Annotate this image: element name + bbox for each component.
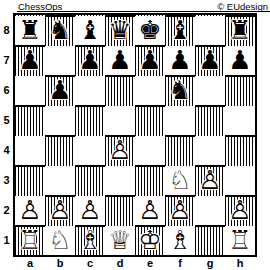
black-pawn[interactable]: ♟ xyxy=(45,75,75,105)
square-a8[interactable]: ♜ xyxy=(15,15,45,45)
square-b2[interactable]: ♟♙ xyxy=(45,195,75,225)
white-pawn[interactable]: ♟♙ xyxy=(135,195,165,225)
square-a1[interactable]: ♜♖ xyxy=(15,225,45,255)
piece-glyph: ♟ xyxy=(165,45,195,75)
white-pawn[interactable]: ♟♙ xyxy=(165,195,195,225)
piece-outline: ♘ xyxy=(45,225,75,255)
square-g6[interactable] xyxy=(195,75,225,105)
square-e1[interactable]: ♚♔ xyxy=(135,225,165,255)
square-h3[interactable] xyxy=(225,165,255,195)
piece-glyph: ♟ xyxy=(225,45,255,75)
black-pawn[interactable]: ♟ xyxy=(195,45,225,75)
square-e2[interactable]: ♟♙ xyxy=(135,195,165,225)
black-pawn[interactable]: ♟ xyxy=(75,45,105,75)
square-a7[interactable]: ♟ xyxy=(15,45,45,75)
square-a5[interactable] xyxy=(15,105,45,135)
square-d7[interactable]: ♟ xyxy=(105,45,135,75)
piece-glyph: ♜ xyxy=(225,15,255,45)
square-g7[interactable]: ♟ xyxy=(195,45,225,75)
piece-glyph: ♟ xyxy=(195,45,225,75)
piece-glyph: ♟ xyxy=(135,45,165,75)
piece-glyph: ♛ xyxy=(105,15,135,45)
square-d3[interactable] xyxy=(105,165,135,195)
square-a4[interactable] xyxy=(15,135,45,165)
square-b3[interactable] xyxy=(45,165,75,195)
square-c7[interactable]: ♟ xyxy=(75,45,105,75)
white-pawn[interactable]: ♟♙ xyxy=(75,195,105,225)
white-bishop[interactable]: ♝♗ xyxy=(75,225,105,255)
black-rook[interactable]: ♜ xyxy=(225,15,255,45)
square-a2[interactable]: ♟♙ xyxy=(15,195,45,225)
square-f6[interactable]: ♞ xyxy=(165,75,195,105)
piece-glyph: ♜ xyxy=(15,15,45,45)
file-label-b: b xyxy=(45,257,75,270)
black-pawn[interactable]: ♟ xyxy=(165,45,195,75)
rank-label-5: 5 xyxy=(0,105,13,135)
square-e8[interactable]: ♚ xyxy=(135,15,165,45)
square-a6[interactable] xyxy=(15,75,45,105)
header-bar: ChessOps © EUdesign xyxy=(0,0,270,13)
chess-board: ♜♞♝♛♚♝♜♟♟♟♟♟♟♟♟♞♟♙♞♘♟♙♟♙♟♙♟♙♟♙♟♙♟♙♜♖♞♘♝♗… xyxy=(13,13,257,257)
black-knight[interactable]: ♞ xyxy=(165,75,195,105)
white-rook[interactable]: ♜♖ xyxy=(225,225,255,255)
square-c2[interactable]: ♟♙ xyxy=(75,195,105,225)
white-pawn[interactable]: ♟♙ xyxy=(105,135,135,165)
chessops-window: ChessOps © EUdesign 87654321 ♜♞♝♛♚♝♜♟♟♟♟… xyxy=(0,0,270,270)
square-d8[interactable]: ♛ xyxy=(105,15,135,45)
piece-outline: ♙ xyxy=(135,195,165,225)
square-c8[interactable]: ♝ xyxy=(75,15,105,45)
square-f7[interactable]: ♟ xyxy=(165,45,195,75)
square-f5[interactable] xyxy=(165,105,195,135)
piece-outline: ♙ xyxy=(225,195,255,225)
square-e3[interactable] xyxy=(135,165,165,195)
square-g5[interactable] xyxy=(195,105,225,135)
square-b6[interactable]: ♟ xyxy=(45,75,75,105)
square-g4[interactable] xyxy=(195,135,225,165)
square-b4[interactable] xyxy=(45,135,75,165)
black-king[interactable]: ♚ xyxy=(135,15,165,45)
black-bishop[interactable]: ♝ xyxy=(165,15,195,45)
black-pawn[interactable]: ♟ xyxy=(225,45,255,75)
file-label-c: c xyxy=(75,257,105,270)
piece-outline: ♔ xyxy=(135,225,165,255)
file-label-e: e xyxy=(135,257,165,270)
white-queen[interactable]: ♛♕ xyxy=(105,225,135,255)
black-knight[interactable]: ♞ xyxy=(45,15,75,45)
file-label-a: a xyxy=(15,257,45,270)
square-c6[interactable] xyxy=(75,75,105,105)
square-g8[interactable] xyxy=(195,15,225,45)
square-e5[interactable] xyxy=(135,105,165,135)
black-pawn[interactable]: ♟ xyxy=(105,45,135,75)
square-h6[interactable] xyxy=(225,75,255,105)
square-b5[interactable] xyxy=(45,105,75,135)
piece-glyph: ♟ xyxy=(45,75,75,105)
rank-label-2: 2 xyxy=(0,195,13,225)
black-pawn[interactable]: ♟ xyxy=(15,45,45,75)
piece-outline: ♙ xyxy=(45,195,75,225)
square-h4[interactable] xyxy=(225,135,255,165)
file-label-d: d xyxy=(105,257,135,270)
white-bishop[interactable]: ♝♗ xyxy=(165,225,195,255)
piece-outline: ♙ xyxy=(15,195,45,225)
piece-glyph: ♟ xyxy=(15,45,45,75)
square-f1[interactable]: ♝♗ xyxy=(165,225,195,255)
file-label-h: h xyxy=(225,257,255,270)
file-labels: abcdefgh xyxy=(15,257,255,270)
square-e7[interactable]: ♟ xyxy=(135,45,165,75)
piece-outline: ♙ xyxy=(165,195,195,225)
piece-outline: ♗ xyxy=(165,225,195,255)
rank-labels: 87654321 xyxy=(0,15,13,255)
piece-glyph: ♝ xyxy=(165,15,195,45)
rank-label-4: 4 xyxy=(0,135,13,165)
piece-glyph: ♞ xyxy=(165,75,195,105)
white-knight[interactable]: ♞♘ xyxy=(165,165,195,195)
square-a3[interactable] xyxy=(15,165,45,195)
piece-outline: ♗ xyxy=(75,225,105,255)
piece-glyph: ♟ xyxy=(105,45,135,75)
square-e4[interactable] xyxy=(135,135,165,165)
square-d2[interactable] xyxy=(105,195,135,225)
piece-outline: ♖ xyxy=(15,225,45,255)
square-h1[interactable]: ♜♖ xyxy=(225,225,255,255)
square-d4[interactable]: ♟♙ xyxy=(105,135,135,165)
square-f4[interactable] xyxy=(165,135,195,165)
piece-glyph: ♞ xyxy=(45,15,75,45)
rank-label-8: 8 xyxy=(0,15,13,45)
square-b7[interactable] xyxy=(45,45,75,75)
piece-glyph: ♟ xyxy=(75,45,105,75)
square-c5[interactable] xyxy=(75,105,105,135)
square-c3[interactable] xyxy=(75,165,105,195)
black-rook[interactable]: ♜ xyxy=(15,15,45,45)
square-e6[interactable] xyxy=(135,75,165,105)
square-f8[interactable]: ♝ xyxy=(165,15,195,45)
white-rook[interactable]: ♜♖ xyxy=(15,225,45,255)
piece-outline: ♖ xyxy=(225,225,255,255)
rank-label-6: 6 xyxy=(0,75,13,105)
square-h2[interactable]: ♟♙ xyxy=(225,195,255,225)
square-g2[interactable] xyxy=(195,195,225,225)
square-d5[interactable] xyxy=(105,105,135,135)
piece-glyph: ♚ xyxy=(135,15,165,45)
piece-outline: ♙ xyxy=(75,195,105,225)
square-d1[interactable]: ♛♕ xyxy=(105,225,135,255)
square-c4[interactable] xyxy=(75,135,105,165)
black-queen[interactable]: ♛ xyxy=(105,15,135,45)
square-h7[interactable]: ♟ xyxy=(225,45,255,75)
rank-label-3: 3 xyxy=(0,165,13,195)
piece-outline: ♙ xyxy=(195,165,225,195)
square-f3[interactable]: ♞♘ xyxy=(165,165,195,195)
square-d6[interactable] xyxy=(105,75,135,105)
white-pawn[interactable]: ♟♙ xyxy=(15,195,45,225)
white-pawn[interactable]: ♟♙ xyxy=(225,195,255,225)
square-b1[interactable]: ♞♘ xyxy=(45,225,75,255)
white-pawn[interactable]: ♟♙ xyxy=(195,165,225,195)
piece-glyph: ♝ xyxy=(75,15,105,45)
square-h5[interactable] xyxy=(225,105,255,135)
white-pawn[interactable]: ♟♙ xyxy=(45,195,75,225)
square-f2[interactable]: ♟♙ xyxy=(165,195,195,225)
black-pawn[interactable]: ♟ xyxy=(135,45,165,75)
rank-label-7: 7 xyxy=(0,45,13,75)
square-g3[interactable]: ♟♙ xyxy=(195,165,225,195)
rank-label-1: 1 xyxy=(0,225,13,255)
white-king[interactable]: ♚♔ xyxy=(135,225,165,255)
square-b8[interactable]: ♞ xyxy=(45,15,75,45)
piece-outline: ♘ xyxy=(165,165,195,195)
file-label-f: f xyxy=(165,257,195,270)
file-label-g: g xyxy=(195,257,225,270)
black-bishop[interactable]: ♝ xyxy=(75,15,105,45)
piece-outline: ♙ xyxy=(105,135,135,165)
white-knight[interactable]: ♞♘ xyxy=(45,225,75,255)
header-divider xyxy=(17,11,270,12)
piece-outline: ♕ xyxy=(105,225,135,255)
square-c1[interactable]: ♝♗ xyxy=(75,225,105,255)
square-g1[interactable] xyxy=(195,225,225,255)
square-h8[interactable]: ♜ xyxy=(225,15,255,45)
